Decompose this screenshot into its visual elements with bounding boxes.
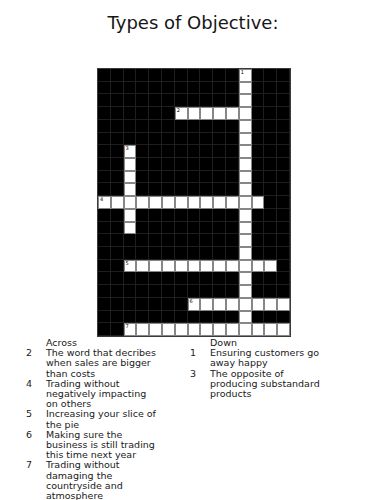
black-cell <box>213 311 226 324</box>
black-cell <box>226 133 239 146</box>
white-cell[interactable] <box>188 107 201 120</box>
black-cell <box>264 247 277 260</box>
clue-number: 5 <box>26 409 46 419</box>
white-cell[interactable] <box>239 260 252 273</box>
white-cell[interactable] <box>188 196 201 209</box>
black-cell <box>226 69 239 82</box>
black-cell <box>277 82 290 95</box>
black-cell <box>200 82 213 95</box>
black-cell <box>136 107 149 120</box>
black-cell <box>264 158 277 171</box>
black-cell <box>175 145 188 158</box>
black-cell <box>188 94 201 107</box>
white-cell[interactable] <box>264 260 277 273</box>
black-cell <box>124 247 137 260</box>
black-cell <box>200 222 213 235</box>
black-cell <box>98 222 111 235</box>
black-cell <box>252 247 265 260</box>
black-cell <box>252 272 265 285</box>
black-cell <box>200 145 213 158</box>
black-cell <box>226 234 239 247</box>
black-cell <box>149 285 162 298</box>
black-cell <box>264 133 277 146</box>
black-cell <box>188 234 201 247</box>
clue-number: 1 <box>190 348 210 358</box>
white-cell[interactable] <box>226 260 239 273</box>
black-cell <box>149 82 162 95</box>
black-cell <box>124 94 137 107</box>
black-cell <box>98 183 111 196</box>
clue-across-6: 6 Making sure the business is still trad… <box>26 430 178 461</box>
black-cell <box>149 94 162 107</box>
black-cell <box>149 158 162 171</box>
black-cell <box>213 133 226 146</box>
black-cell <box>213 69 226 82</box>
black-cell <box>252 171 265 184</box>
white-cell[interactable] <box>213 298 226 311</box>
black-cell <box>149 183 162 196</box>
white-cell[interactable] <box>264 323 277 336</box>
white-cell[interactable] <box>213 323 226 336</box>
white-cell[interactable] <box>175 196 188 209</box>
black-cell <box>188 222 201 235</box>
cell-number: 3 <box>126 146 129 151</box>
black-cell <box>124 82 137 95</box>
black-cell <box>98 323 111 336</box>
white-cell[interactable] <box>124 183 137 196</box>
black-cell <box>111 171 124 184</box>
white-cell[interactable] <box>149 260 162 273</box>
white-cell[interactable] <box>252 298 265 311</box>
white-cell[interactable] <box>136 260 149 273</box>
black-cell <box>149 133 162 146</box>
white-cell[interactable] <box>277 323 290 336</box>
black-cell <box>175 285 188 298</box>
white-cell[interactable]: 4 <box>98 196 111 209</box>
black-cell <box>111 311 124 324</box>
black-cell <box>213 171 226 184</box>
black-cell <box>162 311 175 324</box>
white-cell[interactable] <box>188 323 201 336</box>
black-cell <box>200 183 213 196</box>
black-cell <box>98 260 111 273</box>
black-cell <box>136 298 149 311</box>
white-cell[interactable] <box>213 107 226 120</box>
black-cell <box>252 285 265 298</box>
black-cell <box>188 272 201 285</box>
black-cell <box>226 222 239 235</box>
black-cell <box>264 234 277 247</box>
black-cell <box>175 171 188 184</box>
white-cell[interactable] <box>239 145 252 158</box>
black-cell <box>188 311 201 324</box>
black-cell <box>175 133 188 146</box>
black-cell <box>226 82 239 95</box>
black-cell <box>98 171 111 184</box>
black-cell <box>136 272 149 285</box>
black-cell <box>175 247 188 260</box>
crossword-worksheet: Types of Objective: 1234567 Across 2 The… <box>0 0 386 500</box>
black-cell <box>175 183 188 196</box>
black-cell <box>162 171 175 184</box>
cell-number: 1 <box>241 70 244 75</box>
white-cell[interactable] <box>124 196 137 209</box>
black-cell <box>162 107 175 120</box>
white-cell[interactable] <box>252 323 265 336</box>
black-cell <box>252 94 265 107</box>
black-cell <box>213 222 226 235</box>
black-cell <box>162 145 175 158</box>
black-cell <box>277 133 290 146</box>
clue-across-5: 5 Increasing your slice of the pie <box>26 409 178 429</box>
black-cell <box>277 120 290 133</box>
black-cell <box>200 158 213 171</box>
black-cell <box>162 247 175 260</box>
black-cell <box>264 311 277 324</box>
clue-text: Increasing your slice of the pie <box>46 409 156 429</box>
black-cell <box>136 247 149 260</box>
black-cell <box>136 171 149 184</box>
black-cell <box>175 120 188 133</box>
black-cell <box>162 209 175 222</box>
clue-across-7: 7 Trading without damaging the countrysi… <box>26 460 178 500</box>
black-cell <box>226 272 239 285</box>
white-cell[interactable] <box>239 298 252 311</box>
white-cell[interactable] <box>136 196 149 209</box>
black-cell <box>149 272 162 285</box>
black-cell <box>277 183 290 196</box>
black-cell <box>175 298 188 311</box>
black-cell <box>136 82 149 95</box>
black-cell <box>162 222 175 235</box>
black-cell <box>200 247 213 260</box>
black-cell <box>277 107 290 120</box>
white-cell[interactable] <box>188 260 201 273</box>
black-cell <box>277 272 290 285</box>
clue-text: Trading without damaging the countryside… <box>46 460 123 500</box>
black-cell <box>162 133 175 146</box>
black-cell <box>264 171 277 184</box>
white-cell[interactable] <box>239 158 252 171</box>
white-cell[interactable] <box>226 196 239 209</box>
black-cell <box>175 311 188 324</box>
black-cell <box>188 209 201 222</box>
white-cell[interactable] <box>239 120 252 133</box>
black-cell <box>149 145 162 158</box>
black-cell <box>213 145 226 158</box>
black-cell <box>111 158 124 171</box>
black-cell <box>162 285 175 298</box>
crossword-grid: 1234567 <box>97 68 291 337</box>
black-cell <box>277 260 290 273</box>
black-cell <box>200 69 213 82</box>
black-cell <box>200 94 213 107</box>
black-cell <box>264 272 277 285</box>
black-cell <box>124 311 137 324</box>
black-cell <box>175 209 188 222</box>
black-cell <box>98 272 111 285</box>
black-cell <box>111 260 124 273</box>
black-cell <box>264 196 277 209</box>
black-cell <box>136 222 149 235</box>
clue-number: 3 <box>190 369 210 379</box>
white-cell[interactable] <box>124 209 137 222</box>
white-cell[interactable] <box>213 260 226 273</box>
black-cell <box>188 171 201 184</box>
black-cell <box>136 183 149 196</box>
black-cell <box>124 285 137 298</box>
clue-number: 6 <box>26 430 46 440</box>
black-cell <box>188 120 201 133</box>
black-cell <box>200 272 213 285</box>
black-cell <box>188 285 201 298</box>
black-cell <box>111 272 124 285</box>
black-cell <box>252 234 265 247</box>
black-cell <box>213 272 226 285</box>
white-cell[interactable] <box>213 196 226 209</box>
black-cell <box>149 107 162 120</box>
white-cell[interactable] <box>239 171 252 184</box>
black-cell <box>111 69 124 82</box>
black-cell <box>136 209 149 222</box>
black-cell <box>277 145 290 158</box>
white-cell[interactable]: 1 <box>239 69 252 82</box>
black-cell <box>252 222 265 235</box>
black-cell <box>200 209 213 222</box>
cell-number: 7 <box>126 324 129 329</box>
black-cell <box>149 222 162 235</box>
black-cell <box>149 311 162 324</box>
black-cell <box>136 69 149 82</box>
black-cell <box>111 145 124 158</box>
white-cell[interactable] <box>200 260 213 273</box>
black-cell <box>252 69 265 82</box>
black-cell <box>226 183 239 196</box>
white-cell[interactable] <box>239 107 252 120</box>
black-cell <box>226 311 239 324</box>
clue-across-2: 2 The word that decribes when sales are … <box>26 348 178 379</box>
white-cell[interactable] <box>264 298 277 311</box>
black-cell <box>149 120 162 133</box>
black-cell <box>136 120 149 133</box>
white-cell[interactable] <box>200 298 213 311</box>
black-cell <box>213 158 226 171</box>
white-cell[interactable] <box>239 285 252 298</box>
black-cell <box>264 107 277 120</box>
black-cell <box>226 145 239 158</box>
black-cell <box>111 298 124 311</box>
black-cell <box>213 94 226 107</box>
black-cell <box>188 158 201 171</box>
white-cell[interactable] <box>226 107 239 120</box>
white-cell[interactable] <box>239 234 252 247</box>
black-cell <box>264 120 277 133</box>
black-cell <box>111 222 124 235</box>
black-cell <box>136 94 149 107</box>
black-cell <box>124 107 137 120</box>
black-cell <box>277 209 290 222</box>
black-cell <box>111 133 124 146</box>
clue-text: Trading without negatively impacting on … <box>46 379 146 410</box>
white-cell[interactable] <box>239 222 252 235</box>
black-cell <box>111 234 124 247</box>
black-cell <box>162 120 175 133</box>
black-cell <box>264 145 277 158</box>
white-cell[interactable] <box>175 323 188 336</box>
black-cell <box>175 222 188 235</box>
black-cell <box>213 247 226 260</box>
white-cell[interactable] <box>252 196 265 209</box>
black-cell <box>124 133 137 146</box>
black-cell <box>188 247 201 260</box>
black-cell <box>188 183 201 196</box>
black-cell <box>264 285 277 298</box>
black-cell <box>111 183 124 196</box>
black-cell <box>111 82 124 95</box>
black-cell <box>98 69 111 82</box>
cell-number: 6 <box>190 299 193 304</box>
black-cell <box>252 107 265 120</box>
white-cell[interactable] <box>239 196 252 209</box>
black-cell <box>136 311 149 324</box>
white-cell[interactable] <box>149 323 162 336</box>
black-cell <box>252 145 265 158</box>
black-cell <box>252 133 265 146</box>
white-cell[interactable] <box>239 311 252 324</box>
black-cell <box>149 171 162 184</box>
white-cell[interactable] <box>252 260 265 273</box>
black-cell <box>162 298 175 311</box>
clue-text: The opposite of producing substandard pr… <box>210 369 320 400</box>
black-cell <box>98 285 111 298</box>
black-cell <box>188 69 201 82</box>
white-cell[interactable] <box>124 222 137 235</box>
black-cell <box>136 145 149 158</box>
black-cell <box>98 298 111 311</box>
black-cell <box>98 133 111 146</box>
black-cell <box>111 247 124 260</box>
black-cell <box>98 94 111 107</box>
clue-number: 7 <box>26 460 46 470</box>
clue-text: The word that decribes when sales are bi… <box>46 348 156 379</box>
black-cell <box>200 120 213 133</box>
black-cell <box>111 120 124 133</box>
white-cell[interactable] <box>277 298 290 311</box>
black-cell <box>226 94 239 107</box>
white-cell[interactable] <box>162 196 175 209</box>
black-cell <box>111 94 124 107</box>
white-cell[interactable] <box>226 323 239 336</box>
black-cell <box>98 311 111 324</box>
white-cell[interactable] <box>149 196 162 209</box>
black-cell <box>124 120 137 133</box>
white-cell[interactable] <box>111 196 124 209</box>
black-cell <box>200 234 213 247</box>
black-cell <box>149 234 162 247</box>
black-cell <box>264 209 277 222</box>
black-cell <box>149 69 162 82</box>
white-cell[interactable] <box>124 171 137 184</box>
black-cell <box>175 272 188 285</box>
black-cell <box>124 69 137 82</box>
black-cell <box>252 82 265 95</box>
black-cell <box>98 209 111 222</box>
cell-number: 4 <box>100 197 103 202</box>
white-cell[interactable] <box>239 323 252 336</box>
white-cell[interactable] <box>239 272 252 285</box>
clue-text: Ensuring customers go away happy <box>210 348 319 368</box>
white-cell[interactable] <box>239 183 252 196</box>
white-cell[interactable] <box>239 82 252 95</box>
white-cell[interactable] <box>239 94 252 107</box>
white-cell[interactable] <box>162 323 175 336</box>
white-cell[interactable]: 6 <box>188 298 201 311</box>
white-cell[interactable]: 5 <box>124 260 137 273</box>
black-cell <box>252 209 265 222</box>
black-cell <box>200 133 213 146</box>
black-cell <box>200 311 213 324</box>
puzzle-title: Types of Objective: <box>0 12 386 33</box>
black-cell <box>149 209 162 222</box>
black-cell <box>264 69 277 82</box>
black-cell <box>162 69 175 82</box>
white-cell[interactable]: 3 <box>124 145 137 158</box>
white-cell[interactable] <box>239 133 252 146</box>
black-cell <box>277 234 290 247</box>
white-cell[interactable] <box>175 260 188 273</box>
white-cell[interactable] <box>200 323 213 336</box>
black-cell <box>264 94 277 107</box>
black-cell <box>188 82 201 95</box>
white-cell[interactable] <box>239 209 252 222</box>
white-cell[interactable]: 7 <box>124 323 137 336</box>
white-cell[interactable] <box>162 260 175 273</box>
black-cell <box>213 285 226 298</box>
white-cell[interactable] <box>136 323 149 336</box>
white-cell[interactable] <box>124 158 137 171</box>
clue-text: Making sure the business is still tradin… <box>46 430 155 461</box>
black-cell <box>226 158 239 171</box>
black-cell <box>98 145 111 158</box>
white-cell[interactable] <box>200 196 213 209</box>
white-cell[interactable] <box>226 298 239 311</box>
black-cell <box>264 82 277 95</box>
white-cell[interactable] <box>239 247 252 260</box>
black-cell <box>213 183 226 196</box>
black-cell <box>136 234 149 247</box>
black-cell <box>277 196 290 209</box>
black-cell <box>111 107 124 120</box>
black-cell <box>277 171 290 184</box>
black-cell <box>136 285 149 298</box>
black-cell <box>277 311 290 324</box>
black-cell <box>200 285 213 298</box>
black-cell <box>188 133 201 146</box>
black-cell <box>162 82 175 95</box>
black-cell <box>136 158 149 171</box>
white-cell[interactable] <box>200 107 213 120</box>
black-cell <box>277 158 290 171</box>
black-cell <box>226 285 239 298</box>
white-cell[interactable]: 2 <box>175 107 188 120</box>
black-cell <box>200 171 213 184</box>
black-cell <box>175 158 188 171</box>
black-cell <box>264 183 277 196</box>
black-cell <box>98 107 111 120</box>
clue-number: 2 <box>26 348 46 358</box>
black-cell <box>111 285 124 298</box>
black-cell <box>252 158 265 171</box>
